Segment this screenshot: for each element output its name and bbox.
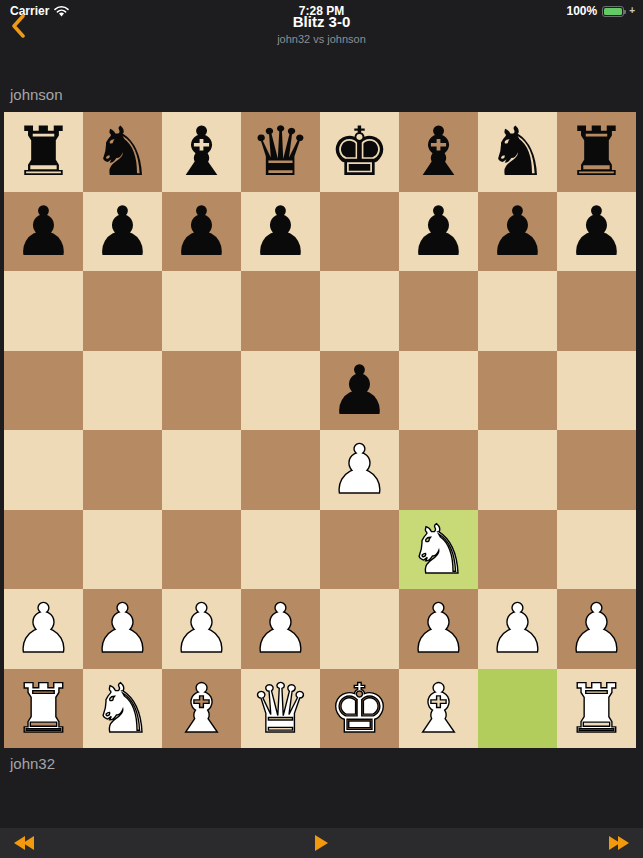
black-pawn[interactable]: ♟ xyxy=(566,192,627,271)
black-pawn[interactable]: ♟ xyxy=(92,192,153,271)
black-pawn[interactable]: ♟ xyxy=(13,192,74,271)
square-e8[interactable]: ♚ xyxy=(320,112,399,192)
white-pawn[interactable]: ♟ xyxy=(566,589,627,668)
white-queen[interactable]: ♛ xyxy=(250,669,311,748)
square-g4[interactable] xyxy=(478,430,557,510)
square-h7[interactable]: ♟ xyxy=(557,192,636,272)
square-d5[interactable] xyxy=(241,351,320,431)
square-a7[interactable]: ♟ xyxy=(4,192,83,272)
square-g6[interactable] xyxy=(478,271,557,351)
white-pawn[interactable]: ♟ xyxy=(329,430,390,509)
square-c6[interactable] xyxy=(162,271,241,351)
square-c4[interactable] xyxy=(162,430,241,510)
black-pawn[interactable]: ♟ xyxy=(408,192,469,271)
square-e5[interactable]: ♟ xyxy=(320,351,399,431)
square-h8[interactable]: ♜ xyxy=(557,112,636,192)
square-h4[interactable] xyxy=(557,430,636,510)
square-e6[interactable] xyxy=(320,271,399,351)
black-queen[interactable]: ♛ xyxy=(250,112,311,191)
square-c1[interactable]: ♝ xyxy=(162,669,241,749)
square-g1[interactable] xyxy=(478,669,557,749)
white-bishop[interactable]: ♝ xyxy=(408,669,469,748)
square-h3[interactable] xyxy=(557,510,636,590)
white-pawn[interactable]: ♟ xyxy=(13,589,74,668)
square-a8[interactable]: ♜ xyxy=(4,112,83,192)
square-f7[interactable]: ♟ xyxy=(399,192,478,272)
white-pawn[interactable]: ♟ xyxy=(171,589,232,668)
square-a4[interactable] xyxy=(4,430,83,510)
square-b8[interactable]: ♞ xyxy=(83,112,162,192)
black-bishop[interactable]: ♝ xyxy=(171,112,232,191)
square-h1[interactable]: ♜ xyxy=(557,669,636,749)
black-pawn[interactable]: ♟ xyxy=(329,351,390,430)
play-icon xyxy=(315,835,328,851)
square-d6[interactable] xyxy=(241,271,320,351)
square-e4[interactable]: ♟ xyxy=(320,430,399,510)
white-rook[interactable]: ♜ xyxy=(13,669,74,748)
black-knight[interactable]: ♞ xyxy=(92,112,153,191)
square-b7[interactable]: ♟ xyxy=(83,192,162,272)
play-button[interactable] xyxy=(315,835,328,851)
header-titles: Blitz 3-0 john32 vs johnson xyxy=(0,13,643,45)
square-b3[interactable] xyxy=(83,510,162,590)
black-pawn[interactable]: ♟ xyxy=(250,192,311,271)
square-g3[interactable] xyxy=(478,510,557,590)
square-d3[interactable] xyxy=(241,510,320,590)
square-g2[interactable]: ♟ xyxy=(478,589,557,669)
white-rook[interactable]: ♜ xyxy=(566,669,627,748)
square-e3[interactable] xyxy=(320,510,399,590)
square-d8[interactable]: ♛ xyxy=(241,112,320,192)
square-b4[interactable] xyxy=(83,430,162,510)
square-h5[interactable] xyxy=(557,351,636,431)
square-f5[interactable] xyxy=(399,351,478,431)
white-pawn[interactable]: ♟ xyxy=(487,589,548,668)
black-pawn[interactable]: ♟ xyxy=(487,192,548,271)
square-b1[interactable]: ♞ xyxy=(83,669,162,749)
page-subtitle: john32 vs johnson xyxy=(0,33,643,45)
square-b2[interactable]: ♟ xyxy=(83,589,162,669)
black-rook[interactable]: ♜ xyxy=(566,112,627,191)
square-c7[interactable]: ♟ xyxy=(162,192,241,272)
black-knight[interactable]: ♞ xyxy=(487,112,548,191)
black-rook[interactable]: ♜ xyxy=(13,112,74,191)
square-d2[interactable]: ♟ xyxy=(241,589,320,669)
square-c8[interactable]: ♝ xyxy=(162,112,241,192)
square-e2[interactable] xyxy=(320,589,399,669)
square-b6[interactable] xyxy=(83,271,162,351)
square-b5[interactable] xyxy=(83,351,162,431)
chess-board: ♜♞♝♛♚♝♞♜♟♟♟♟♟♟♟♟♟♞♟♟♟♟♟♟♟♜♞♝♛♚♝♜ xyxy=(4,112,636,748)
player-name-black: johnson xyxy=(10,86,63,103)
square-a6[interactable] xyxy=(4,271,83,351)
square-e1[interactable]: ♚ xyxy=(320,669,399,749)
white-king[interactable]: ♚ xyxy=(329,669,390,748)
white-knight[interactable]: ♞ xyxy=(92,669,153,748)
square-d4[interactable] xyxy=(241,430,320,510)
square-f8[interactable]: ♝ xyxy=(399,112,478,192)
square-c3[interactable] xyxy=(162,510,241,590)
white-bishop[interactable]: ♝ xyxy=(171,669,232,748)
playback-toolbar xyxy=(0,828,643,858)
square-e7[interactable] xyxy=(320,192,399,272)
black-bishop[interactable]: ♝ xyxy=(408,112,469,191)
square-g5[interactable] xyxy=(478,351,557,431)
square-h6[interactable] xyxy=(557,271,636,351)
square-c2[interactable]: ♟ xyxy=(162,589,241,669)
black-pawn[interactable]: ♟ xyxy=(171,192,232,271)
square-f4[interactable] xyxy=(399,430,478,510)
square-a1[interactable]: ♜ xyxy=(4,669,83,749)
white-pawn[interactable]: ♟ xyxy=(92,589,153,668)
square-f2[interactable]: ♟ xyxy=(399,589,478,669)
square-a3[interactable] xyxy=(4,510,83,590)
player-name-white: john32 xyxy=(10,755,55,772)
white-pawn[interactable]: ♟ xyxy=(408,589,469,668)
square-f1[interactable]: ♝ xyxy=(399,669,478,749)
square-g8[interactable]: ♞ xyxy=(478,112,557,192)
square-c5[interactable] xyxy=(162,351,241,431)
square-f3[interactable]: ♞ xyxy=(399,510,478,590)
black-king[interactable]: ♚ xyxy=(329,112,390,191)
fast-forward-button[interactable] xyxy=(609,836,629,850)
square-d1[interactable]: ♛ xyxy=(241,669,320,749)
white-knight[interactable]: ♞ xyxy=(408,510,469,589)
white-pawn[interactable]: ♟ xyxy=(250,589,311,668)
square-d7[interactable]: ♟ xyxy=(241,192,320,272)
square-f6[interactable] xyxy=(399,271,478,351)
square-a5[interactable] xyxy=(4,351,83,431)
square-h2[interactable]: ♟ xyxy=(557,589,636,669)
square-g7[interactable]: ♟ xyxy=(478,192,557,272)
rewind-button[interactable] xyxy=(14,836,34,850)
page-title: Blitz 3-0 xyxy=(0,13,643,30)
square-a2[interactable]: ♟ xyxy=(4,589,83,669)
